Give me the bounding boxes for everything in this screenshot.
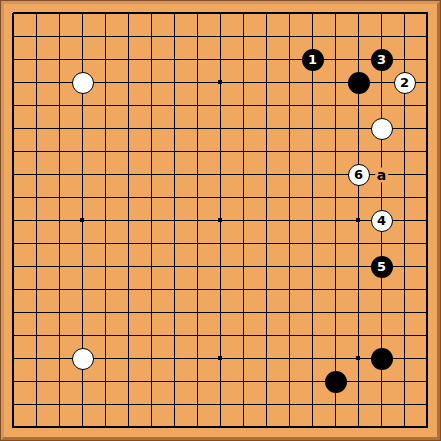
intersection-A2: [2, 393, 25, 416]
intersection-N12: [278, 163, 301, 186]
intersection-C13: [48, 140, 71, 163]
intersection-O4: [301, 347, 324, 370]
intersection-B18: [25, 25, 48, 48]
intersection-H15: [163, 94, 186, 117]
intersection-H13: [163, 140, 186, 163]
intersection-F19: [117, 2, 140, 25]
intersection-R17: 3: [370, 48, 393, 71]
intersection-D19: [71, 2, 94, 25]
intersection-M18: [255, 25, 278, 48]
intersection-C1: [48, 416, 71, 439]
intersection-C2: [48, 393, 71, 416]
intersection-D14: [71, 117, 94, 140]
intersection-A6: [2, 301, 25, 324]
intersection-J9: [186, 232, 209, 255]
intersection-L10: [232, 209, 255, 232]
intersection-S15: [393, 94, 416, 117]
intersection-L7: [232, 278, 255, 301]
intersection-P18: [324, 25, 347, 48]
intersection-C19: [48, 2, 71, 25]
intersection-E13: [94, 140, 117, 163]
intersection-J12: [186, 163, 209, 186]
intersection-H3: [163, 370, 186, 393]
intersection-Q5: [347, 324, 370, 347]
intersection-T17: [416, 48, 439, 71]
intersection-A4: [2, 347, 25, 370]
intersection-T19: [416, 2, 439, 25]
go-board-grid: 1326a45: [2, 2, 439, 439]
intersection-O3: [301, 370, 324, 393]
intersection-O2: [301, 393, 324, 416]
intersection-L17: [232, 48, 255, 71]
intersection-S14: [393, 117, 416, 140]
intersection-F12: [117, 163, 140, 186]
intersection-H12: [163, 163, 186, 186]
intersection-G13: [140, 140, 163, 163]
intersection-S12: [393, 163, 416, 186]
intersection-N9: [278, 232, 301, 255]
intersection-L5: [232, 324, 255, 347]
intersection-M9: [255, 232, 278, 255]
intersection-F6: [117, 301, 140, 324]
intersection-R15: [370, 94, 393, 117]
intersection-L8: [232, 255, 255, 278]
intersection-B19: [25, 2, 48, 25]
intersection-C16: [48, 71, 71, 94]
intersection-R12: a: [370, 163, 393, 186]
intersection-A14: [2, 117, 25, 140]
intersection-S9: [393, 232, 416, 255]
intersection-C3: [48, 370, 71, 393]
intersection-O5: [301, 324, 324, 347]
move-5-black-stone: 5: [371, 256, 393, 278]
intersection-K5: [209, 324, 232, 347]
intersection-O8: [301, 255, 324, 278]
intersection-P19: [324, 2, 347, 25]
intersection-T4: [416, 347, 439, 370]
intersection-C18: [48, 25, 71, 48]
intersection-G12: [140, 163, 163, 186]
star-point: [218, 218, 222, 222]
intersection-R10: 4: [370, 209, 393, 232]
intersection-N15: [278, 94, 301, 117]
intersection-A5: [2, 324, 25, 347]
intersection-T9: [416, 232, 439, 255]
intersection-K19: [209, 2, 232, 25]
intersection-R14: [370, 117, 393, 140]
intersection-B16: [25, 71, 48, 94]
intersection-D13: [71, 140, 94, 163]
intersection-D8: [71, 255, 94, 278]
intersection-A13: [2, 140, 25, 163]
intersection-A3: [2, 370, 25, 393]
intersection-F11: [117, 186, 140, 209]
intersection-O12: [301, 163, 324, 186]
intersection-M3: [255, 370, 278, 393]
intersection-H5: [163, 324, 186, 347]
intersection-K7: [209, 278, 232, 301]
move-2-white-stone: 2: [394, 72, 416, 94]
intersection-R7: [370, 278, 393, 301]
intersection-C17: [48, 48, 71, 71]
go-board: 1326a45: [0, 0, 441, 441]
intersection-R4: [370, 347, 393, 370]
intersection-G8: [140, 255, 163, 278]
intersection-E19: [94, 2, 117, 25]
intersection-P3: [324, 370, 347, 393]
intersection-A7: [2, 278, 25, 301]
intersection-A1: [2, 416, 25, 439]
intersection-H8: [163, 255, 186, 278]
intersection-K4: [209, 347, 232, 370]
intersection-M1: [255, 416, 278, 439]
intersection-F2: [117, 393, 140, 416]
intersection-G17: [140, 48, 163, 71]
intersection-N13: [278, 140, 301, 163]
intersection-B7: [25, 278, 48, 301]
intersection-S2: [393, 393, 416, 416]
intersection-L6: [232, 301, 255, 324]
intersection-L3: [232, 370, 255, 393]
intersection-E12: [94, 163, 117, 186]
white-stone: [72, 72, 94, 94]
intersection-R2: [370, 393, 393, 416]
intersection-N1: [278, 416, 301, 439]
intersection-G3: [140, 370, 163, 393]
intersection-H16: [163, 71, 186, 94]
intersection-S5: [393, 324, 416, 347]
intersection-N10: [278, 209, 301, 232]
intersection-L9: [232, 232, 255, 255]
intersection-T1: [416, 416, 439, 439]
intersection-D10: [71, 209, 94, 232]
intersection-J11: [186, 186, 209, 209]
intersection-R16: [370, 71, 393, 94]
intersection-A19: [2, 2, 25, 25]
intersection-A12: [2, 163, 25, 186]
intersection-P7: [324, 278, 347, 301]
intersection-E2: [94, 393, 117, 416]
intersection-T5: [416, 324, 439, 347]
intersection-L16: [232, 71, 255, 94]
intersection-N11: [278, 186, 301, 209]
intersection-F10: [117, 209, 140, 232]
intersection-P1: [324, 416, 347, 439]
intersection-N7: [278, 278, 301, 301]
intersection-H10: [163, 209, 186, 232]
intersection-C7: [48, 278, 71, 301]
intersection-J19: [186, 2, 209, 25]
intersection-E9: [94, 232, 117, 255]
intersection-E1: [94, 416, 117, 439]
intersection-Q11: [347, 186, 370, 209]
intersection-B5: [25, 324, 48, 347]
intersection-T11: [416, 186, 439, 209]
intersection-Q15: [347, 94, 370, 117]
intersection-R9: [370, 232, 393, 255]
intersection-M17: [255, 48, 278, 71]
intersection-A11: [2, 186, 25, 209]
intersection-M10: [255, 209, 278, 232]
intersection-F4: [117, 347, 140, 370]
intersection-S18: [393, 25, 416, 48]
intersection-T6: [416, 301, 439, 324]
intersection-K10: [209, 209, 232, 232]
intersection-D9: [71, 232, 94, 255]
black-stone: [371, 348, 393, 370]
intersection-D18: [71, 25, 94, 48]
intersection-E18: [94, 25, 117, 48]
intersection-H4: [163, 347, 186, 370]
intersection-M14: [255, 117, 278, 140]
intersection-N2: [278, 393, 301, 416]
intersection-J4: [186, 347, 209, 370]
intersection-F7: [117, 278, 140, 301]
intersection-T10: [416, 209, 439, 232]
intersection-C14: [48, 117, 71, 140]
intersection-O17: 1: [301, 48, 324, 71]
intersection-K17: [209, 48, 232, 71]
intersection-J18: [186, 25, 209, 48]
intersection-B4: [25, 347, 48, 370]
intersection-B2: [25, 393, 48, 416]
intersection-F13: [117, 140, 140, 163]
intersection-J17: [186, 48, 209, 71]
intersection-G7: [140, 278, 163, 301]
intersection-C4: [48, 347, 71, 370]
intersection-O13: [301, 140, 324, 163]
intersection-H2: [163, 393, 186, 416]
intersection-L15: [232, 94, 255, 117]
intersection-N17: [278, 48, 301, 71]
intersection-L4: [232, 347, 255, 370]
intersection-G19: [140, 2, 163, 25]
intersection-D12: [71, 163, 94, 186]
intersection-B13: [25, 140, 48, 163]
intersection-H6: [163, 301, 186, 324]
intersection-O1: [301, 416, 324, 439]
intersection-B12: [25, 163, 48, 186]
intersection-H14: [163, 117, 186, 140]
intersection-A15: [2, 94, 25, 117]
intersection-M6: [255, 301, 278, 324]
intersection-E15: [94, 94, 117, 117]
intersection-Q6: [347, 301, 370, 324]
intersection-N4: [278, 347, 301, 370]
intersection-K18: [209, 25, 232, 48]
intersection-C9: [48, 232, 71, 255]
intersection-C12: [48, 163, 71, 186]
intersection-E8: [94, 255, 117, 278]
intersection-E17: [94, 48, 117, 71]
intersection-L1: [232, 416, 255, 439]
intersection-F9: [117, 232, 140, 255]
intersection-N5: [278, 324, 301, 347]
intersection-T14: [416, 117, 439, 140]
intersection-P17: [324, 48, 347, 71]
intersection-E10: [94, 209, 117, 232]
star-point: [218, 80, 222, 84]
intersection-B6: [25, 301, 48, 324]
intersection-D3: [71, 370, 94, 393]
intersection-P10: [324, 209, 347, 232]
intersection-G10: [140, 209, 163, 232]
intersection-G11: [140, 186, 163, 209]
intersection-N19: [278, 2, 301, 25]
intersection-E6: [94, 301, 117, 324]
intersection-P15: [324, 94, 347, 117]
black-stone: [348, 72, 370, 94]
intersection-J16: [186, 71, 209, 94]
intersection-L14: [232, 117, 255, 140]
intersection-J6: [186, 301, 209, 324]
move-6-white-stone: 6: [348, 164, 370, 186]
intersection-Q13: [347, 140, 370, 163]
intersection-L11: [232, 186, 255, 209]
intersection-M4: [255, 347, 278, 370]
star-point: [80, 218, 84, 222]
intersection-O14: [301, 117, 324, 140]
intersection-M8: [255, 255, 278, 278]
intersection-C10: [48, 209, 71, 232]
intersection-R13: [370, 140, 393, 163]
intersection-O16: [301, 71, 324, 94]
intersection-B15: [25, 94, 48, 117]
intersection-K3: [209, 370, 232, 393]
intersection-Q7: [347, 278, 370, 301]
intersection-G4: [140, 347, 163, 370]
star-point: [218, 356, 222, 360]
intersection-R11: [370, 186, 393, 209]
intersection-M12: [255, 163, 278, 186]
intersection-Q14: [347, 117, 370, 140]
intersection-P16: [324, 71, 347, 94]
intersection-M5: [255, 324, 278, 347]
intersection-G14: [140, 117, 163, 140]
intersection-N18: [278, 25, 301, 48]
intersection-B14: [25, 117, 48, 140]
intersection-D11: [71, 186, 94, 209]
intersection-P12: [324, 163, 347, 186]
intersection-C8: [48, 255, 71, 278]
intersection-K6: [209, 301, 232, 324]
intersection-H9: [163, 232, 186, 255]
intersection-M15: [255, 94, 278, 117]
move-4-white-stone: 4: [371, 210, 393, 232]
intersection-F15: [117, 94, 140, 117]
intersection-T15: [416, 94, 439, 117]
intersection-K1: [209, 416, 232, 439]
intersection-C15: [48, 94, 71, 117]
intersection-S4: [393, 347, 416, 370]
intersection-M19: [255, 2, 278, 25]
intersection-Q8: [347, 255, 370, 278]
intersection-G16: [140, 71, 163, 94]
intersection-P13: [324, 140, 347, 163]
intersection-D7: [71, 278, 94, 301]
intersection-T16: [416, 71, 439, 94]
intersection-B17: [25, 48, 48, 71]
white-stone: [371, 118, 393, 140]
intersection-K16: [209, 71, 232, 94]
intersection-O18: [301, 25, 324, 48]
intersection-T12: [416, 163, 439, 186]
intersection-K2: [209, 393, 232, 416]
intersection-K14: [209, 117, 232, 140]
intersection-B11: [25, 186, 48, 209]
intersection-J13: [186, 140, 209, 163]
intersection-S7: [393, 278, 416, 301]
intersection-D15: [71, 94, 94, 117]
intersection-D6: [71, 301, 94, 324]
intersection-G15: [140, 94, 163, 117]
star-point: [356, 356, 360, 360]
intersection-H1: [163, 416, 186, 439]
intersection-P9: [324, 232, 347, 255]
intersection-M16: [255, 71, 278, 94]
intersection-B9: [25, 232, 48, 255]
intersection-G1: [140, 416, 163, 439]
intersection-P14: [324, 117, 347, 140]
intersection-J7: [186, 278, 209, 301]
intersection-J14: [186, 117, 209, 140]
intersection-J8: [186, 255, 209, 278]
intersection-R3: [370, 370, 393, 393]
intersection-L13: [232, 140, 255, 163]
intersection-K12: [209, 163, 232, 186]
intersection-F8: [117, 255, 140, 278]
intersection-G2: [140, 393, 163, 416]
intersection-N6: [278, 301, 301, 324]
intersection-H19: [163, 2, 186, 25]
intersection-Q17: [347, 48, 370, 71]
intersection-H18: [163, 25, 186, 48]
intersection-F17: [117, 48, 140, 71]
intersection-H7: [163, 278, 186, 301]
intersection-L2: [232, 393, 255, 416]
intersection-R5: [370, 324, 393, 347]
intersection-G9: [140, 232, 163, 255]
intersection-K9: [209, 232, 232, 255]
intersection-G5: [140, 324, 163, 347]
intersection-D1: [71, 416, 94, 439]
intersection-F16: [117, 71, 140, 94]
intersection-C5: [48, 324, 71, 347]
intersection-E4: [94, 347, 117, 370]
intersection-L18: [232, 25, 255, 48]
intersection-D2: [71, 393, 94, 416]
intersection-O6: [301, 301, 324, 324]
intersection-S3: [393, 370, 416, 393]
intersection-Q9: [347, 232, 370, 255]
intersection-T13: [416, 140, 439, 163]
intersection-N3: [278, 370, 301, 393]
intersection-S17: [393, 48, 416, 71]
intersection-P11: [324, 186, 347, 209]
intersection-T18: [416, 25, 439, 48]
black-stone: [325, 371, 347, 393]
intersection-E3: [94, 370, 117, 393]
intersection-R19: [370, 2, 393, 25]
intersection-D16: [71, 71, 94, 94]
intersection-F1: [117, 416, 140, 439]
intersection-K8: [209, 255, 232, 278]
intersection-A8: [2, 255, 25, 278]
intersection-R8: 5: [370, 255, 393, 278]
intersection-S19: [393, 2, 416, 25]
intersection-A9: [2, 232, 25, 255]
star-point: [356, 218, 360, 222]
